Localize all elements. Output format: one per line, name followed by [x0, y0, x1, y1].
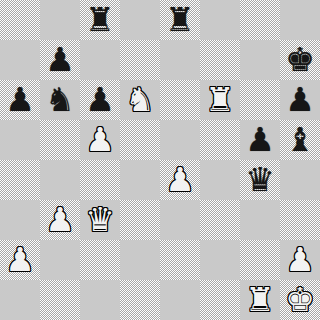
piece-white-king[interactable]: ♚ [280, 280, 320, 320]
piece-black-knight[interactable]: ♞ [40, 80, 80, 120]
square-c3[interactable]: ♛ [80, 200, 120, 240]
square-b8[interactable] [40, 0, 80, 40]
square-f1[interactable] [200, 280, 240, 320]
square-c7[interactable] [80, 40, 120, 80]
piece-black-pawn[interactable]: ♟ [280, 80, 320, 120]
square-a4[interactable] [0, 160, 40, 200]
square-c8[interactable]: ♜ [80, 0, 120, 40]
square-h2[interactable]: ♟ [280, 240, 320, 280]
piece-black-pawn[interactable]: ♟ [40, 40, 80, 80]
chess-board: ♜♜♟♚♟♞♟♞♜♟♟♟♝♟♛♟♛♟♟♜♚ [0, 0, 320, 320]
square-g4[interactable]: ♛ [240, 160, 280, 200]
piece-black-rook[interactable]: ♜ [160, 0, 200, 40]
piece-white-pawn[interactable]: ♟ [40, 200, 80, 240]
square-a1[interactable] [0, 280, 40, 320]
square-e7[interactable] [160, 40, 200, 80]
square-b1[interactable] [40, 280, 80, 320]
piece-white-pawn[interactable]: ♟ [0, 240, 40, 280]
square-b7[interactable]: ♟ [40, 40, 80, 80]
piece-black-queen[interactable]: ♛ [240, 160, 280, 200]
piece-white-queen[interactable]: ♛ [80, 200, 120, 240]
square-e4[interactable]: ♟ [160, 160, 200, 200]
piece-white-pawn[interactable]: ♟ [160, 160, 200, 200]
square-b2[interactable] [40, 240, 80, 280]
square-d1[interactable] [120, 280, 160, 320]
square-h1[interactable]: ♚ [280, 280, 320, 320]
square-a5[interactable] [0, 120, 40, 160]
square-e1[interactable] [160, 280, 200, 320]
square-e6[interactable] [160, 80, 200, 120]
piece-white-pawn[interactable]: ♟ [80, 120, 120, 160]
square-b3[interactable]: ♟ [40, 200, 80, 240]
square-d3[interactable] [120, 200, 160, 240]
piece-white-knight[interactable]: ♞ [120, 80, 160, 120]
square-a8[interactable] [0, 0, 40, 40]
square-a6[interactable]: ♟ [0, 80, 40, 120]
piece-white-pawn[interactable]: ♟ [280, 240, 320, 280]
square-f6[interactable]: ♜ [200, 80, 240, 120]
piece-black-pawn[interactable]: ♟ [240, 120, 280, 160]
square-c6[interactable]: ♟ [80, 80, 120, 120]
square-h7[interactable]: ♚ [280, 40, 320, 80]
square-c5[interactable]: ♟ [80, 120, 120, 160]
square-e8[interactable]: ♜ [160, 0, 200, 40]
square-e5[interactable] [160, 120, 200, 160]
square-d6[interactable]: ♞ [120, 80, 160, 120]
square-f4[interactable] [200, 160, 240, 200]
square-f2[interactable] [200, 240, 240, 280]
square-b6[interactable]: ♞ [40, 80, 80, 120]
square-h4[interactable] [280, 160, 320, 200]
square-b4[interactable] [40, 160, 80, 200]
square-e2[interactable] [160, 240, 200, 280]
square-f3[interactable] [200, 200, 240, 240]
square-d4[interactable] [120, 160, 160, 200]
square-a2[interactable]: ♟ [0, 240, 40, 280]
square-e3[interactable] [160, 200, 200, 240]
square-g1[interactable]: ♜ [240, 280, 280, 320]
piece-black-bishop[interactable]: ♝ [280, 120, 320, 160]
square-g5[interactable]: ♟ [240, 120, 280, 160]
piece-white-rook[interactable]: ♜ [240, 280, 280, 320]
square-g2[interactable] [240, 240, 280, 280]
piece-white-rook[interactable]: ♜ [200, 80, 240, 120]
square-g3[interactable] [240, 200, 280, 240]
piece-black-pawn[interactable]: ♟ [80, 80, 120, 120]
piece-black-pawn[interactable]: ♟ [0, 80, 40, 120]
square-h3[interactable] [280, 200, 320, 240]
square-f5[interactable] [200, 120, 240, 160]
square-g7[interactable] [240, 40, 280, 80]
square-h5[interactable]: ♝ [280, 120, 320, 160]
square-c1[interactable] [80, 280, 120, 320]
square-g8[interactable] [240, 0, 280, 40]
square-d2[interactable] [120, 240, 160, 280]
square-g6[interactable] [240, 80, 280, 120]
square-f8[interactable] [200, 0, 240, 40]
square-a3[interactable] [0, 200, 40, 240]
piece-black-king[interactable]: ♚ [280, 40, 320, 80]
square-a7[interactable] [0, 40, 40, 80]
square-h8[interactable] [280, 0, 320, 40]
square-b5[interactable] [40, 120, 80, 160]
square-d5[interactable] [120, 120, 160, 160]
square-h6[interactable]: ♟ [280, 80, 320, 120]
square-d7[interactable] [120, 40, 160, 80]
piece-black-rook[interactable]: ♜ [80, 0, 120, 40]
square-c4[interactable] [80, 160, 120, 200]
square-d8[interactable] [120, 0, 160, 40]
square-c2[interactable] [80, 240, 120, 280]
square-f7[interactable] [200, 40, 240, 80]
